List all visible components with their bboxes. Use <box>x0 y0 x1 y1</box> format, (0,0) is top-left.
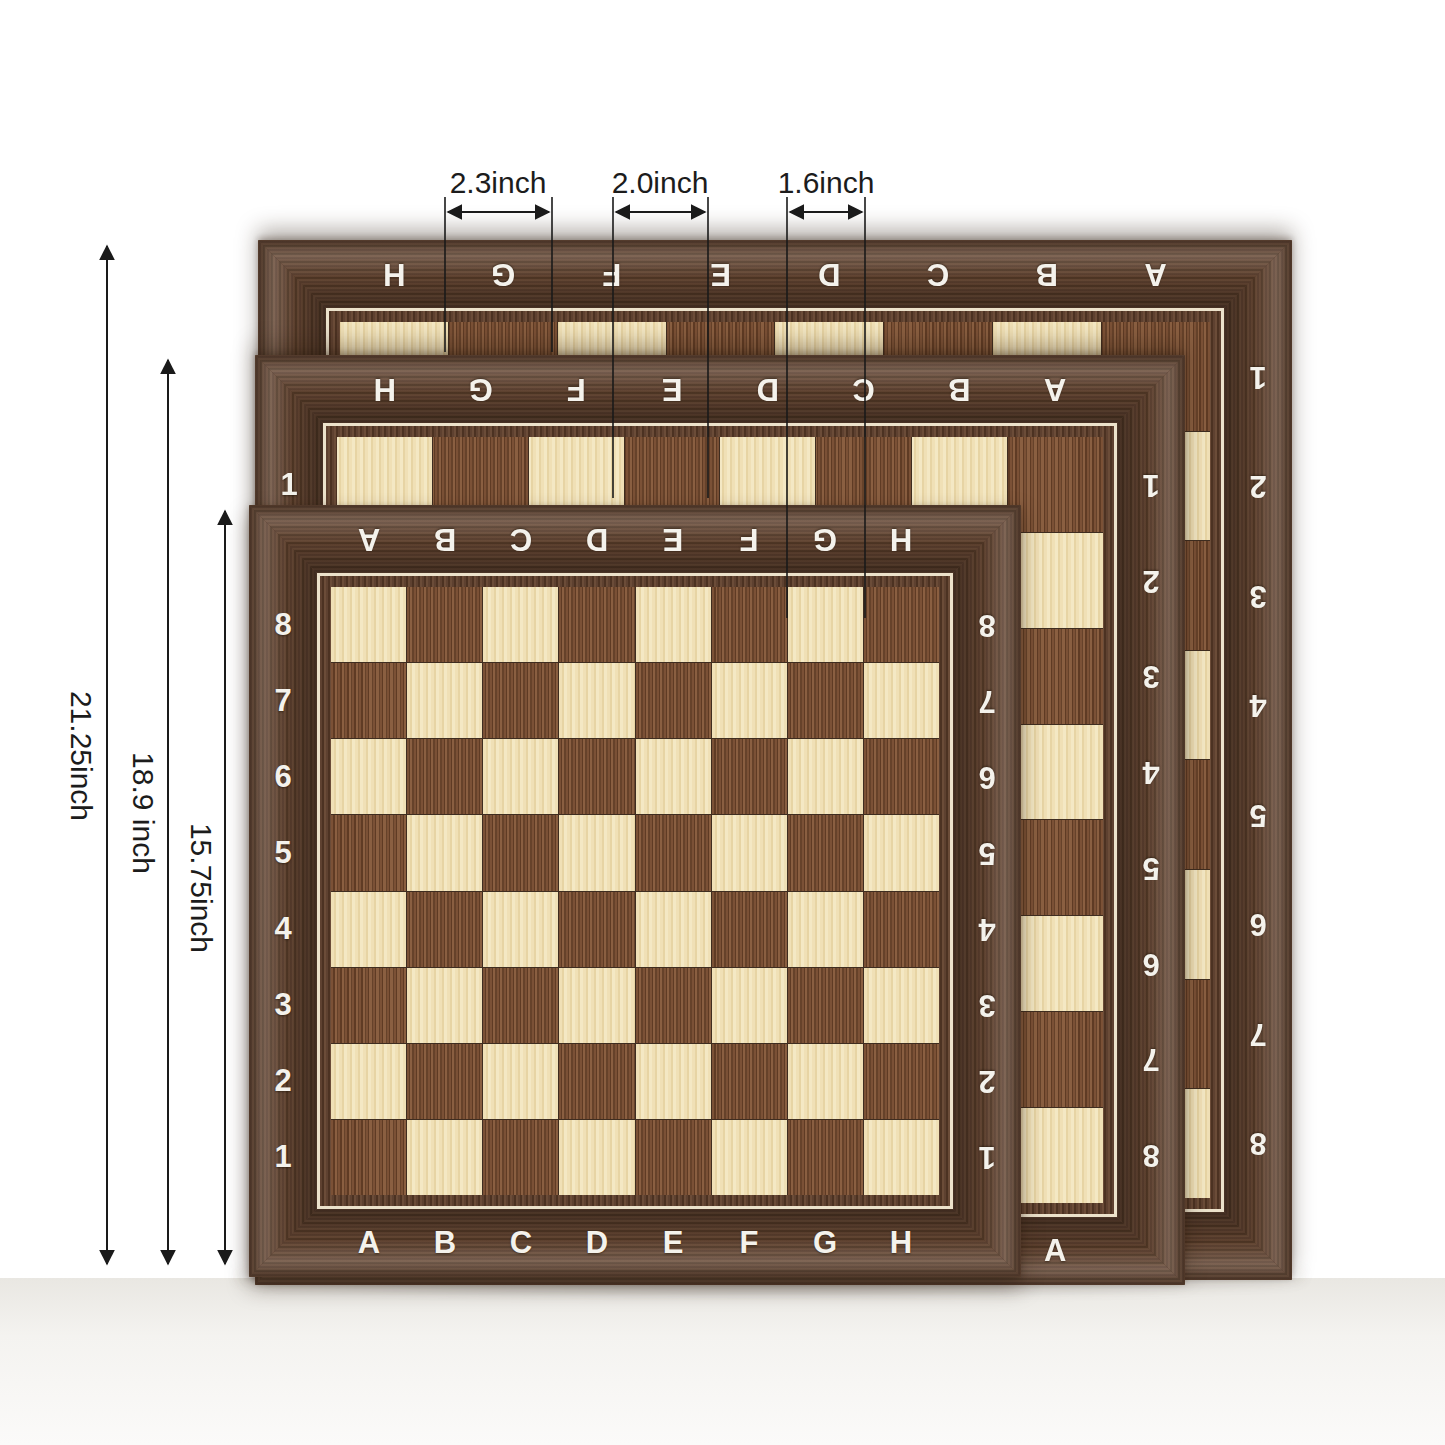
square-e4 <box>636 892 711 967</box>
square-a8 <box>331 587 406 662</box>
square-b3 <box>407 968 482 1043</box>
file-label-a: A <box>331 505 407 573</box>
rank-label-7: 7 <box>1117 1012 1185 1108</box>
square-b4 <box>407 892 482 967</box>
square-h7 <box>864 663 939 738</box>
rank-label-8: 8 <box>953 587 1021 663</box>
chessboard-small: ABCDEFGHABCDEFGH8765432187654321 <box>249 505 1021 1277</box>
square-e8 <box>636 587 711 662</box>
rank-label-4: 4 <box>1117 724 1185 820</box>
files-bottom: ABCDEFGH <box>340 240 1210 308</box>
rank-label-2: 2 <box>1224 432 1292 542</box>
rank-label-5: 5 <box>1117 820 1185 916</box>
square-d4 <box>559 892 634 967</box>
square-a5 <box>1008 821 1103 916</box>
rank-label-6: 6 <box>1117 916 1185 1012</box>
square-f7 <box>712 663 787 738</box>
squares-grid <box>331 587 939 1195</box>
square-g5 <box>788 815 863 890</box>
square-c5 <box>483 815 558 890</box>
file-label-g: G <box>449 240 558 308</box>
square-h5 <box>864 815 939 890</box>
square-g3 <box>788 968 863 1043</box>
rank-label-4: 4 <box>249 891 317 967</box>
square-a2 <box>331 1044 406 1119</box>
file-label-h: H <box>863 1209 939 1277</box>
rank-label-2: 2 <box>249 1043 317 1119</box>
file-label-d: D <box>559 1209 635 1277</box>
file-label-a: A <box>1007 1217 1103 1285</box>
file-label-h: H <box>340 240 449 308</box>
square-f8 <box>712 587 787 662</box>
square-c8 <box>483 587 558 662</box>
square-c1 <box>483 1120 558 1195</box>
dim-height-large: 21.25inch <box>65 246 107 1264</box>
rank-label-3: 3 <box>953 967 1021 1043</box>
square-a4 <box>1008 725 1103 820</box>
rank-label-6: 6 <box>249 739 317 815</box>
square-f1 <box>712 1120 787 1195</box>
square-g7 <box>788 663 863 738</box>
file-label-a: A <box>1007 355 1103 423</box>
square-e5 <box>636 815 711 890</box>
dim-height-small-label: 15.75inch <box>185 823 218 953</box>
rank-label-2: 2 <box>953 1043 1021 1119</box>
file-label-g: G <box>787 1209 863 1277</box>
square-a6 <box>331 739 406 814</box>
rank-label-2: 2 <box>1117 533 1185 629</box>
square-b2 <box>407 1044 482 1119</box>
square-e3 <box>636 968 711 1043</box>
file-label-e: E <box>624 355 720 423</box>
file-label-f: F <box>711 505 787 573</box>
square-g2 <box>788 1044 863 1119</box>
ranks-right: 87654321 <box>953 587 1021 1195</box>
square-c3 <box>483 968 558 1043</box>
file-label-b: B <box>407 505 483 573</box>
product-photo-scene: ABCDEFGHABCDEFGH8765432187654321 ABCDEFG… <box>0 0 1445 1445</box>
rank-label-5: 5 <box>249 815 317 891</box>
dim-square-large-label: 2.3inch <box>450 166 547 199</box>
ranks-left: 87654321 <box>249 587 317 1195</box>
file-label-a: A <box>331 1209 407 1277</box>
rank-label-1: 1 <box>1224 322 1292 432</box>
square-a3 <box>1008 629 1103 724</box>
rank-label-1: 1 <box>953 1119 1021 1195</box>
file-label-d: D <box>559 505 635 573</box>
square-e7 <box>636 663 711 738</box>
file-label-d: D <box>775 240 884 308</box>
files-top: ABCDEFGH <box>331 505 939 573</box>
file-label-f: F <box>558 240 667 308</box>
square-h3 <box>864 968 939 1043</box>
file-label-c: C <box>483 505 559 573</box>
file-label-b: B <box>912 355 1008 423</box>
files-bottom: ABCDEFGH <box>331 1209 939 1277</box>
square-a5 <box>331 815 406 890</box>
rank-label-8: 8 <box>1224 1089 1292 1199</box>
square-d1 <box>559 1120 634 1195</box>
square-a6 <box>1008 916 1103 1011</box>
square-f2 <box>712 1044 787 1119</box>
square-h2 <box>864 1044 939 1119</box>
rank-label-8: 8 <box>249 587 317 663</box>
file-label-b: B <box>407 1209 483 1277</box>
square-a4 <box>331 892 406 967</box>
square-h8 <box>864 587 939 662</box>
square-a1 <box>1008 437 1103 532</box>
file-label-b: B <box>993 240 1102 308</box>
rank-label-1: 1 <box>249 1119 317 1195</box>
file-label-h: H <box>337 355 433 423</box>
square-d3 <box>559 968 634 1043</box>
square-f6 <box>712 739 787 814</box>
file-label-e: E <box>635 505 711 573</box>
rank-label-8: 8 <box>1117 1107 1185 1203</box>
square-d6 <box>559 739 634 814</box>
square-g6 <box>788 739 863 814</box>
square-g1 <box>788 1120 863 1195</box>
square-d7 <box>559 663 634 738</box>
dim-square-small-label: 1.6inch <box>778 166 875 199</box>
file-label-c: C <box>483 1209 559 1277</box>
square-a1 <box>331 1120 406 1195</box>
file-label-e: E <box>635 1209 711 1277</box>
rank-label-7: 7 <box>1224 979 1292 1089</box>
square-a7 <box>1008 1012 1103 1107</box>
rank-label-4: 4 <box>953 891 1021 967</box>
square-b6 <box>407 739 482 814</box>
square-a2 <box>1008 533 1103 628</box>
square-c7 <box>483 663 558 738</box>
square-c4 <box>483 892 558 967</box>
square-h4 <box>864 892 939 967</box>
rank-label-7: 7 <box>249 663 317 739</box>
dim-height-medium: 18.9 inch <box>127 360 168 1264</box>
square-f4 <box>712 892 787 967</box>
floor <box>0 1278 1445 1445</box>
file-label-d: D <box>720 355 816 423</box>
square-f5 <box>712 815 787 890</box>
file-label-h: H <box>863 505 939 573</box>
square-h6 <box>864 739 939 814</box>
file-label-e: E <box>666 240 775 308</box>
file-label-f: F <box>711 1209 787 1277</box>
dim-square-medium-label: 2.0inch <box>612 166 709 199</box>
file-label-a: A <box>1101 240 1210 308</box>
square-b5 <box>407 815 482 890</box>
square-e6 <box>636 739 711 814</box>
file-label-g: G <box>433 355 529 423</box>
playing-surface <box>317 573 953 1209</box>
square-d2 <box>559 1044 634 1119</box>
rank-label-7: 7 <box>953 663 1021 739</box>
rank-label-3: 3 <box>1117 629 1185 725</box>
square-e1 <box>636 1120 711 1195</box>
dim-height-medium-label: 18.9 inch <box>127 752 160 874</box>
square-d5 <box>559 815 634 890</box>
file-label-c: C <box>884 240 993 308</box>
file-label-c: C <box>816 355 912 423</box>
square-a8 <box>1008 1108 1103 1203</box>
file-label-f: F <box>529 355 625 423</box>
square-e2 <box>636 1044 711 1119</box>
ranks-left: 87654321 <box>1224 322 1292 1198</box>
rank-label-3: 3 <box>249 967 317 1043</box>
square-c2 <box>483 1044 558 1119</box>
rank-label-6: 6 <box>1224 870 1292 980</box>
ranks-left: 87654321 <box>1117 437 1185 1203</box>
square-h1 <box>864 1120 939 1195</box>
rank-label-5: 5 <box>953 815 1021 891</box>
rank-label-1: 1 <box>1117 437 1185 533</box>
square-d8 <box>559 587 634 662</box>
dim-height-small: 15.75inch <box>185 511 225 1264</box>
rank-label-6: 6 <box>953 739 1021 815</box>
square-a7 <box>331 663 406 738</box>
rank-label-3: 3 <box>1224 541 1292 651</box>
square-b1 <box>407 1120 482 1195</box>
rank-label-5: 5 <box>1224 760 1292 870</box>
square-f3 <box>712 968 787 1043</box>
file-label-g: G <box>787 505 863 573</box>
square-g8 <box>788 587 863 662</box>
square-c6 <box>483 739 558 814</box>
square-b7 <box>407 663 482 738</box>
dim-height-large-label: 21.25inch <box>65 691 98 821</box>
files-bottom: ABCDEFGH <box>337 355 1103 423</box>
square-a3 <box>331 968 406 1043</box>
square-g4 <box>788 892 863 967</box>
square-b8 <box>407 587 482 662</box>
rank-label-4: 4 <box>1224 651 1292 761</box>
